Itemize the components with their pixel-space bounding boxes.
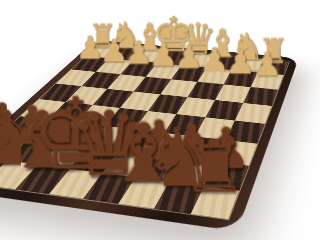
piece-white-pawn: ♟: [174, 42, 203, 74]
piece-shadow: [245, 68, 271, 77]
board-grid: ♜♞♝♚♛♝♞♜♟♟♟♟♟♟♟♟♟♟♟♟♟♟♟♟♜♞♝♚♛♝♞♜: [0, 44, 289, 153]
piece-white-pawn: ♟: [200, 44, 229, 77]
square-d3: [160, 79, 197, 97]
piece-shadow: [132, 45, 157, 52]
piece-shadow: [109, 43, 134, 50]
piece-shadow: [120, 57, 146, 65]
piece-shadow: [178, 49, 203, 57]
square-h1: ♜: [86, 44, 122, 58]
piece-white-rook: ♜: [89, 20, 118, 52]
piece-white-rook: ♜: [258, 34, 289, 68]
piece-shadow: [155, 47, 180, 54]
piece-white-bishop: ♝: [205, 24, 240, 63]
square-b3: [215, 84, 251, 103]
piece-shadow: [252, 55, 276, 63]
square-g2: ♟: [96, 59, 133, 75]
piece-white-pawn: ♟: [149, 40, 178, 72]
square-c3: [187, 82, 223, 100]
piece-shadow: [72, 53, 98, 61]
piece-white-pawn: ♟: [100, 35, 128, 67]
square-a3: [243, 87, 278, 106]
square-f1: ♝: [133, 49, 167, 64]
chess-set-photo: ♜♞♝♚♛♝♞♜♟♟♟♟♟♟♟♟♟♟♟♟♟♟♟♟♜♞♝♚♛♝♞♜: [0, 0, 290, 153]
square-e2: ♟: [146, 63, 182, 79]
square-b2: ♟: [224, 70, 258, 87]
square-g1: ♞: [109, 46, 144, 60]
piece-shadow: [194, 64, 220, 72]
square-e3: [134, 77, 172, 95]
square-a1: ♜: [258, 59, 289, 75]
piece-white-pawn: ♟: [124, 37, 153, 69]
piece-white-knight: ♞: [110, 18, 142, 54]
piece-shadow: [202, 51, 227, 59]
piece-white-pawn: ♟: [76, 33, 104, 64]
piece-white-bishop: ♝: [133, 18, 167, 56]
square-h2: ♟: [72, 56, 110, 71]
piece-shadow: [86, 41, 111, 48]
square-e1: ♚: [157, 51, 191, 66]
piece-shadow: [169, 61, 195, 69]
piece-shadow: [144, 59, 170, 67]
piece-shadow: [96, 55, 122, 63]
piece-white-pawn: ♟: [252, 48, 282, 81]
square-d2: ♟: [171, 65, 206, 81]
piece-white-pawn: ♟: [226, 46, 255, 79]
piece-shadow: [219, 66, 245, 74]
square-b1: ♞: [232, 57, 264, 72]
piece-white-king: ♚: [153, 11, 196, 58]
piece-shadow: [227, 53, 251, 61]
square-c1: ♝: [207, 55, 240, 70]
piece-white-knight: ♞: [231, 28, 264, 65]
square-d1: ♛: [182, 53, 215, 68]
piece-white-queen: ♛: [179, 18, 217, 61]
square-a2: ♟: [251, 73, 284, 90]
chess-board: ♜♞♝♚♛♝♞♜♟♟♟♟♟♟♟♟♟♟♟♟♟♟♟♟♜♞♝♚♛♝♞♜: [0, 40, 290, 153]
square-f2: ♟: [121, 61, 157, 77]
piece-black-rook: ♜: [183, 132, 247, 153]
square-c2: ♟: [197, 68, 231, 85]
